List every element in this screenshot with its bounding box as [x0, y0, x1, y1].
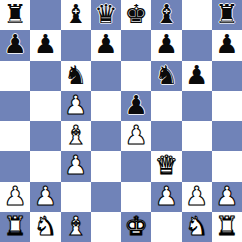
square-h4[interactable]: [212, 121, 242, 151]
piece-white-pawn: ♟: [3, 183, 26, 209]
piece-white-pawn: ♟: [124, 122, 147, 148]
square-c3[interactable]: ♟: [61, 151, 91, 181]
piece-black-bishop: ♝: [155, 1, 178, 27]
square-b5[interactable]: [30, 91, 60, 121]
piece-white-knight: ♞: [34, 213, 57, 239]
square-h3[interactable]: [212, 151, 242, 181]
piece-black-pawn: ♟: [124, 92, 147, 118]
piece-black-king: ♚: [124, 1, 147, 27]
piece-black-rook: ♜: [215, 1, 238, 27]
square-f8[interactable]: ♝: [151, 0, 181, 30]
square-e8[interactable]: ♚: [121, 0, 151, 30]
piece-black-queen: ♛: [94, 1, 117, 27]
square-g2[interactable]: ♟: [182, 182, 212, 212]
square-a5[interactable]: [0, 91, 30, 121]
piece-black-bishop: ♝: [64, 1, 87, 27]
square-h6[interactable]: [212, 61, 242, 91]
square-f1[interactable]: [151, 212, 181, 242]
square-d1[interactable]: [91, 212, 121, 242]
square-g7[interactable]: [182, 30, 212, 60]
square-b3[interactable]: [30, 151, 60, 181]
square-g3[interactable]: [182, 151, 212, 181]
piece-white-pawn: ♟: [215, 183, 238, 209]
square-d7[interactable]: ♟: [91, 30, 121, 60]
piece-black-pawn: ♟: [215, 31, 238, 57]
square-c8[interactable]: ♝: [61, 0, 91, 30]
square-c5[interactable]: ♟: [61, 91, 91, 121]
piece-black-knight: ♞: [155, 62, 178, 88]
square-e2[interactable]: [121, 182, 151, 212]
square-a4[interactable]: [0, 121, 30, 151]
square-g1[interactable]: ♞: [182, 212, 212, 242]
piece-white-rook: ♜: [215, 213, 238, 239]
square-g5[interactable]: [182, 91, 212, 121]
square-b6[interactable]: [30, 61, 60, 91]
square-a1[interactable]: ♜: [0, 212, 30, 242]
square-b4[interactable]: [30, 121, 60, 151]
square-f3[interactable]: ♛: [151, 151, 181, 181]
piece-black-pawn: ♟: [185, 62, 208, 88]
square-e4[interactable]: ♟: [121, 121, 151, 151]
square-h2[interactable]: ♟: [212, 182, 242, 212]
piece-white-queen: ♛: [155, 152, 178, 178]
piece-white-pawn: ♟: [64, 92, 87, 118]
square-e3[interactable]: [121, 151, 151, 181]
square-c6[interactable]: ♞: [61, 61, 91, 91]
square-f7[interactable]: ♟: [151, 30, 181, 60]
square-h1[interactable]: ♜: [212, 212, 242, 242]
piece-black-rook: ♜: [3, 1, 26, 27]
square-e7[interactable]: [121, 30, 151, 60]
square-g6[interactable]: ♟: [182, 61, 212, 91]
piece-white-rook: ♜: [3, 213, 26, 239]
piece-white-pawn: ♟: [64, 152, 87, 178]
square-g8[interactable]: [182, 0, 212, 30]
square-h5[interactable]: [212, 91, 242, 121]
square-c7[interactable]: [61, 30, 91, 60]
square-h7[interactable]: ♟: [212, 30, 242, 60]
square-d2[interactable]: [91, 182, 121, 212]
square-f5[interactable]: [151, 91, 181, 121]
piece-white-pawn: ♟: [185, 183, 208, 209]
square-c1[interactable]: ♝: [61, 212, 91, 242]
piece-white-bishop: ♝: [64, 122, 87, 148]
square-f4[interactable]: [151, 121, 181, 151]
square-g4[interactable]: [182, 121, 212, 151]
square-d4[interactable]: [91, 121, 121, 151]
square-a2[interactable]: ♟: [0, 182, 30, 212]
square-a7[interactable]: ♟: [0, 30, 30, 60]
piece-black-pawn: ♟: [155, 31, 178, 57]
square-d8[interactable]: ♛: [91, 0, 121, 30]
piece-black-pawn: ♟: [3, 31, 26, 57]
square-d5[interactable]: [91, 91, 121, 121]
square-a3[interactable]: [0, 151, 30, 181]
square-a6[interactable]: [0, 61, 30, 91]
square-b2[interactable]: ♟: [30, 182, 60, 212]
piece-black-pawn: ♟: [34, 31, 57, 57]
piece-white-knight: ♞: [185, 213, 208, 239]
piece-white-pawn: ♟: [34, 183, 57, 209]
square-e1[interactable]: ♚: [121, 212, 151, 242]
square-f6[interactable]: ♞: [151, 61, 181, 91]
square-d6[interactable]: [91, 61, 121, 91]
square-h8[interactable]: ♜: [212, 0, 242, 30]
square-e6[interactable]: [121, 61, 151, 91]
square-b7[interactable]: ♟: [30, 30, 60, 60]
square-c4[interactable]: ♝: [61, 121, 91, 151]
square-c2[interactable]: [61, 182, 91, 212]
square-a8[interactable]: ♜: [0, 0, 30, 30]
piece-black-pawn: ♟: [94, 31, 117, 57]
piece-black-knight: ♞: [64, 62, 87, 88]
square-b8[interactable]: [30, 0, 60, 30]
chess-board: ♜♝♛♚♝♜♟♟♟♟♟♞♞♟♟♟♝♟♟♛♟♟♟♟♟♜♞♝♚♞♜: [0, 0, 242, 242]
piece-white-bishop: ♝: [64, 213, 87, 239]
piece-white-pawn: ♟: [155, 183, 178, 209]
square-b1[interactable]: ♞: [30, 212, 60, 242]
square-f2[interactable]: ♟: [151, 182, 181, 212]
square-d3[interactable]: [91, 151, 121, 181]
square-e5[interactable]: ♟: [121, 91, 151, 121]
piece-white-king: ♚: [124, 213, 147, 239]
